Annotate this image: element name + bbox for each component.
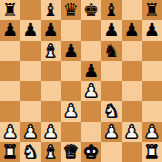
piece-white-pawn[interactable]: ♟ xyxy=(144,123,160,141)
square-a4[interactable] xyxy=(0,81,20,101)
piece-white-pawn[interactable]: ♟ xyxy=(83,82,99,100)
square-h2[interactable]: ♟ xyxy=(142,122,162,142)
piece-white-pawn[interactable]: ♟ xyxy=(63,102,79,120)
square-c2[interactable]: ♟ xyxy=(41,122,61,142)
square-a6[interactable] xyxy=(0,41,20,61)
square-d5[interactable] xyxy=(61,61,81,81)
square-a5[interactable] xyxy=(0,61,20,81)
square-e8[interactable]: ♚ xyxy=(81,0,101,20)
square-f8[interactable]: ♝ xyxy=(101,0,121,20)
square-e7[interactable] xyxy=(81,20,101,40)
square-a7[interactable]: ♟ xyxy=(0,20,20,40)
square-g7[interactable]: ♟ xyxy=(122,20,142,40)
square-g3[interactable] xyxy=(122,101,142,121)
square-b3[interactable] xyxy=(20,101,40,121)
piece-black-bishop[interactable]: ♝ xyxy=(43,1,59,19)
square-d8[interactable]: ♛ xyxy=(61,0,81,20)
piece-white-king[interactable]: ♚ xyxy=(83,143,99,161)
piece-white-pawn[interactable]: ♟ xyxy=(22,123,38,141)
square-a1[interactable]: ♜ xyxy=(0,142,20,162)
piece-black-queen[interactable]: ♛ xyxy=(63,1,79,19)
square-a3[interactable] xyxy=(0,101,20,121)
square-h3[interactable] xyxy=(142,101,162,121)
square-g4[interactable] xyxy=(122,81,142,101)
piece-white-pawn[interactable]: ♟ xyxy=(124,123,140,141)
square-b6[interactable] xyxy=(20,41,40,61)
piece-white-queen[interactable]: ♛ xyxy=(63,143,79,161)
square-f5[interactable] xyxy=(101,61,121,81)
piece-black-bishop[interactable]: ♝ xyxy=(103,1,119,19)
square-f4[interactable] xyxy=(101,81,121,101)
piece-black-pawn[interactable]: ♟ xyxy=(124,21,140,39)
square-b1[interactable]: ♞ xyxy=(20,142,40,162)
square-f3[interactable]: ♞ xyxy=(101,101,121,121)
piece-black-pawn[interactable]: ♟ xyxy=(83,62,99,80)
square-a2[interactable]: ♟ xyxy=(0,122,20,142)
piece-black-pawn[interactable]: ♟ xyxy=(63,42,79,60)
square-d6[interactable]: ♟ xyxy=(61,41,81,61)
piece-white-pawn[interactable]: ♟ xyxy=(2,123,18,141)
piece-black-rook[interactable]: ♜ xyxy=(144,1,160,19)
chess-board: ♜♝♛♚♝♜♟♟♟♟♟♟♝♟♞♟♟♟♞♟♟♟♟♟♟♜♞♝♛♚♜ xyxy=(0,0,162,162)
square-h4[interactable] xyxy=(142,81,162,101)
square-e3[interactable] xyxy=(81,101,101,121)
piece-white-bishop[interactable]: ♝ xyxy=(43,42,59,60)
square-d2[interactable] xyxy=(61,122,81,142)
square-a8[interactable]: ♜ xyxy=(0,0,20,20)
square-b2[interactable]: ♟ xyxy=(20,122,40,142)
square-g8[interactable] xyxy=(122,0,142,20)
piece-white-pawn[interactable]: ♟ xyxy=(103,123,119,141)
square-e4[interactable]: ♟ xyxy=(81,81,101,101)
square-c7[interactable]: ♟ xyxy=(41,20,61,40)
square-b4[interactable] xyxy=(20,81,40,101)
square-g2[interactable]: ♟ xyxy=(122,122,142,142)
square-h8[interactable]: ♜ xyxy=(142,0,162,20)
square-f2[interactable]: ♟ xyxy=(101,122,121,142)
square-f7[interactable]: ♟ xyxy=(101,20,121,40)
piece-white-rook[interactable]: ♜ xyxy=(144,143,160,161)
piece-black-pawn[interactable]: ♟ xyxy=(22,21,38,39)
piece-black-rook[interactable]: ♜ xyxy=(2,1,18,19)
square-c1[interactable]: ♝ xyxy=(41,142,61,162)
square-d3[interactable]: ♟ xyxy=(61,101,81,121)
square-e6[interactable] xyxy=(81,41,101,61)
piece-black-pawn[interactable]: ♟ xyxy=(2,21,18,39)
square-c5[interactable] xyxy=(41,61,61,81)
square-c6[interactable]: ♝ xyxy=(41,41,61,61)
piece-black-pawn[interactable]: ♟ xyxy=(43,21,59,39)
square-b5[interactable] xyxy=(20,61,40,81)
piece-white-pawn[interactable]: ♟ xyxy=(43,123,59,141)
square-g1[interactable] xyxy=(122,142,142,162)
square-d7[interactable] xyxy=(61,20,81,40)
square-h6[interactable] xyxy=(142,41,162,61)
square-d4[interactable] xyxy=(61,81,81,101)
piece-black-pawn[interactable]: ♟ xyxy=(144,21,160,39)
square-g5[interactable] xyxy=(122,61,142,81)
square-c8[interactable]: ♝ xyxy=(41,0,61,20)
square-e2[interactable] xyxy=(81,122,101,142)
square-h5[interactable] xyxy=(142,61,162,81)
piece-white-rook[interactable]: ♜ xyxy=(2,143,18,161)
square-c4[interactable] xyxy=(41,81,61,101)
piece-black-king[interactable]: ♚ xyxy=(83,1,99,19)
piece-black-knight[interactable]: ♞ xyxy=(103,42,119,60)
piece-black-pawn[interactable]: ♟ xyxy=(103,21,119,39)
square-h7[interactable]: ♟ xyxy=(142,20,162,40)
piece-white-knight[interactable]: ♞ xyxy=(103,102,119,120)
square-g6[interactable] xyxy=(122,41,142,61)
square-e5[interactable]: ♟ xyxy=(81,61,101,81)
square-b8[interactable] xyxy=(20,0,40,20)
square-b7[interactable]: ♟ xyxy=(20,20,40,40)
square-c3[interactable] xyxy=(41,101,61,121)
square-e1[interactable]: ♚ xyxy=(81,142,101,162)
piece-white-bishop[interactable]: ♝ xyxy=(43,143,59,161)
square-d1[interactable]: ♛ xyxy=(61,142,81,162)
piece-white-knight[interactable]: ♞ xyxy=(22,143,38,161)
square-f1[interactable] xyxy=(101,142,121,162)
square-h1[interactable]: ♜ xyxy=(142,142,162,162)
square-f6[interactable]: ♞ xyxy=(101,41,121,61)
